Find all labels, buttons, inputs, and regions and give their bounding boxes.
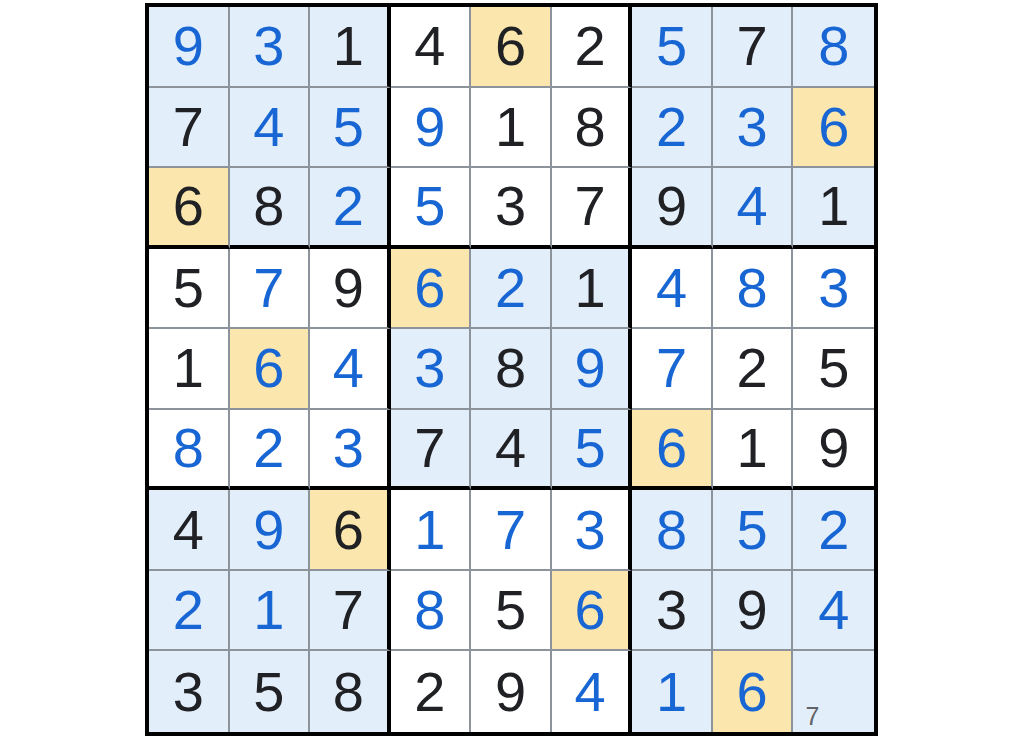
entered-digit: 4 [574,664,605,720]
cell-r7c1[interactable]: 4 [149,490,230,571]
entered-digit: 2 [173,582,204,638]
cell-r8c4[interactable]: 8 [391,571,472,652]
entered-digit: 9 [574,340,605,396]
given-digit: 5 [818,340,849,396]
cell-r1c7[interactable]: 5 [632,7,713,88]
cell-r2c6[interactable]: 8 [552,88,633,169]
entered-digit: 3 [737,99,768,155]
given-digit: 1 [495,99,526,155]
given-digit: 1 [818,178,849,234]
given-digit: 5 [173,260,204,316]
entered-digit: 4 [818,582,849,638]
given-digit: 7 [333,582,364,638]
entered-digit: 3 [818,260,849,316]
given-digit: 9 [818,420,849,476]
cell-r7c8[interactable]: 5 [713,490,794,571]
entered-digit: 2 [656,99,687,155]
page: 9314625787459182366825379415796214831643… [0,0,1024,743]
cell-r1c4[interactable]: 4 [391,7,472,88]
entered-digit: 8 [173,420,204,476]
given-digit: 4 [495,420,526,476]
entered-digit: 3 [414,340,445,396]
entered-digit: 7 [495,502,526,558]
cell-r6c8[interactable]: 1 [713,410,794,491]
cell-r8c6[interactable]: 6 [552,571,633,652]
cell-r3c1[interactable]: 6 [149,168,230,249]
cell-r6c5[interactable]: 4 [471,410,552,491]
cell-r2c8[interactable]: 3 [713,88,794,169]
given-digit: 6 [333,502,364,558]
cell-r1c1[interactable]: 9 [149,7,230,88]
cell-r3c3[interactable]: 2 [310,168,391,249]
cell-r7c7[interactable]: 8 [632,490,713,571]
cell-r7c2[interactable]: 9 [230,490,311,571]
cell-r8c3[interactable]: 7 [310,571,391,652]
cell-r5c1[interactable]: 1 [149,329,230,410]
cell-r2c1[interactable]: 7 [149,88,230,169]
cell-r2c9[interactable]: 6 [793,88,874,169]
cell-r3c9[interactable]: 1 [793,168,874,249]
cell-r2c5[interactable]: 1 [471,88,552,169]
entered-digit: 7 [253,260,284,316]
cell-r8c2[interactable]: 1 [230,571,311,652]
cell-r1c3[interactable]: 1 [310,7,391,88]
cell-r5c5[interactable]: 8 [471,329,552,410]
entered-digit: 6 [574,582,605,638]
cell-r9c3[interactable]: 8 [310,651,391,732]
cell-r6c2[interactable]: 2 [230,410,311,491]
cell-r3c6[interactable]: 7 [552,168,633,249]
pencil-note: 7 [805,704,819,729]
entered-digit: 6 [656,420,687,476]
cell-r9c2[interactable]: 5 [230,651,311,732]
entered-digit: 2 [495,260,526,316]
cell-r7c9[interactable]: 2 [793,490,874,571]
cell-r8c7[interactable]: 3 [632,571,713,652]
cell-r4c6[interactable]: 1 [552,249,633,330]
entered-digit: 9 [253,502,284,558]
given-digit: 8 [253,178,284,234]
given-digit: 9 [737,582,768,638]
cell-r9c5[interactable]: 9 [471,651,552,732]
sudoku-board: 9314625787459182366825379415796214831643… [145,3,878,736]
cell-r2c2[interactable]: 4 [230,88,311,169]
cell-r6c6[interactable]: 5 [552,410,633,491]
given-digit: 3 [656,582,687,638]
cell-r7c3[interactable]: 6 [310,490,391,571]
cell-r5c7[interactable]: 7 [632,329,713,410]
given-digit: 4 [173,502,204,558]
entered-digit: 8 [818,18,849,74]
cell-r4c5[interactable]: 2 [471,249,552,330]
cell-r1c9[interactable]: 8 [793,7,874,88]
given-digit: 5 [495,582,526,638]
cell-r5c4[interactable]: 3 [391,329,472,410]
cell-r6c4[interactable]: 7 [391,410,472,491]
entered-digit: 1 [414,502,445,558]
entered-digit: 8 [737,260,768,316]
cell-r5c2[interactable]: 6 [230,329,311,410]
entered-digit: 4 [656,260,687,316]
given-digit: 2 [574,18,605,74]
entered-digit: 6 [414,260,445,316]
given-digit: 4 [414,18,445,74]
cell-r5c6[interactable]: 9 [552,329,633,410]
cell-r8c1[interactable]: 2 [149,571,230,652]
entered-digit: 2 [818,502,849,558]
cell-r3c7[interactable]: 9 [632,168,713,249]
given-digit: 1 [737,420,768,476]
given-digit: 2 [737,340,768,396]
cell-r5c8[interactable]: 2 [713,329,794,410]
given-digit: 2 [414,664,445,720]
cell-r3c8[interactable]: 4 [713,168,794,249]
given-digit: 9 [495,664,526,720]
cell-r5c9[interactable]: 5 [793,329,874,410]
entered-digit: 1 [656,664,687,720]
cell-r4c3[interactable]: 9 [310,249,391,330]
cell-r4c9[interactable]: 3 [793,249,874,330]
entered-digit: 8 [414,582,445,638]
given-digit: 7 [173,99,204,155]
given-digit: 9 [333,260,364,316]
cell-r3c5[interactable]: 3 [471,168,552,249]
given-digit: 1 [333,18,364,74]
given-digit: 9 [656,178,687,234]
cell-r4c8[interactable]: 8 [713,249,794,330]
cell-r6c7[interactable]: 6 [632,410,713,491]
cell-r1c6[interactable]: 2 [552,7,633,88]
cell-r8c9[interactable]: 4 [793,571,874,652]
entered-digit: 5 [333,99,364,155]
entered-digit: 1 [253,582,284,638]
entered-digit: 7 [656,340,687,396]
given-digit: 5 [253,664,284,720]
cell-r4c1[interactable]: 5 [149,249,230,330]
cell-r4c4[interactable]: 6 [391,249,472,330]
cell-r6c9[interactable]: 9 [793,410,874,491]
cell-r9c9[interactable]: 7 [793,651,874,732]
given-digit: 7 [574,178,605,234]
given-digit: 8 [333,664,364,720]
entered-digit: 5 [656,18,687,74]
cell-r4c2[interactable]: 7 [230,249,311,330]
given-digit: 1 [574,260,605,316]
entered-digit: 8 [656,502,687,558]
given-digit: 6 [173,178,204,234]
cell-r9c4[interactable]: 2 [391,651,472,732]
entered-digit: 9 [414,99,445,155]
cell-r2c4[interactable]: 9 [391,88,472,169]
entered-digit: 4 [253,99,284,155]
given-digit: 8 [574,99,605,155]
entered-digit: 3 [333,420,364,476]
given-digit: 7 [737,18,768,74]
cell-r8c8[interactable]: 9 [713,571,794,652]
given-digit: 3 [173,664,204,720]
cell-r3c4[interactable]: 5 [391,168,472,249]
cell-r9c1[interactable]: 3 [149,651,230,732]
given-digit: 3 [495,178,526,234]
entered-digit: 6 [818,99,849,155]
cell-r5c3[interactable]: 4 [310,329,391,410]
entered-digit: 5 [414,178,445,234]
entered-digit: 6 [253,340,284,396]
cell-r7c6[interactable]: 3 [552,490,633,571]
cell-r3c2[interactable]: 8 [230,168,311,249]
entered-digit: 4 [737,178,768,234]
entered-digit: 2 [333,178,364,234]
entered-digit: 3 [574,502,605,558]
cell-r7c5[interactable]: 7 [471,490,552,571]
given-digit: 7 [414,420,445,476]
cell-r1c2[interactable]: 3 [230,7,311,88]
cell-r7c4[interactable]: 1 [391,490,472,571]
cell-r2c3[interactable]: 5 [310,88,391,169]
cell-r9c8[interactable]: 6 [713,651,794,732]
cell-r9c6[interactable]: 4 [552,651,633,732]
given-digit: 6 [495,18,526,74]
cell-r2c7[interactable]: 2 [632,88,713,169]
entered-digit: 5 [737,502,768,558]
cell-r6c3[interactable]: 3 [310,410,391,491]
given-digit: 8 [495,340,526,396]
cell-r9c7[interactable]: 1 [632,651,713,732]
entered-digit: 9 [173,18,204,74]
entered-digit: 4 [333,340,364,396]
entered-digit: 2 [253,420,284,476]
cell-r6c1[interactable]: 8 [149,410,230,491]
cell-r4c7[interactable]: 4 [632,249,713,330]
entered-digit: 5 [574,420,605,476]
cell-r1c5[interactable]: 6 [471,7,552,88]
given-digit: 1 [173,340,204,396]
cell-r1c8[interactable]: 7 [713,7,794,88]
entered-digit: 3 [253,18,284,74]
cell-r8c5[interactable]: 5 [471,571,552,652]
entered-digit: 6 [737,664,768,720]
